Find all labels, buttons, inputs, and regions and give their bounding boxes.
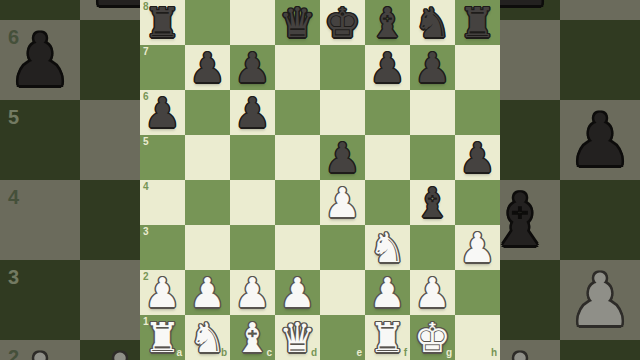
bg-square-h2 — [560, 340, 640, 360]
square-c2[interactable]: ♟ — [230, 270, 275, 315]
bg-white-pawn-piece: ♟ — [560, 260, 640, 340]
black-bishop-piece[interactable]: ♝ — [410, 180, 455, 225]
square-h4[interactable] — [455, 180, 500, 225]
square-b6[interactable] — [185, 90, 230, 135]
rank-label-3: 3 — [143, 227, 149, 237]
square-f7[interactable]: ♟ — [365, 45, 410, 90]
black-pawn-piece[interactable]: ♟ — [140, 90, 185, 135]
black-pawn-piece[interactable]: ♟ — [365, 45, 410, 90]
square-c1[interactable]: c♝ — [230, 315, 275, 360]
square-h7[interactable] — [455, 45, 500, 90]
chess-board[interactable]: 8♜♛♚♝♞♜7♟♟♟♟6♟♟5♟♟4♟♝3♞♟2♟♟♟♟♟♟1a♜b♞c♝d♛… — [140, 0, 500, 360]
square-f2[interactable]: ♟ — [365, 270, 410, 315]
square-d8[interactable]: ♛ — [275, 0, 320, 45]
white-rook-piece[interactable]: ♜ — [365, 315, 410, 360]
black-king-piece[interactable]: ♚ — [320, 0, 365, 45]
black-knight-piece[interactable]: ♞ — [410, 0, 455, 45]
white-rook-piece[interactable]: ♜ — [140, 315, 185, 360]
square-e5[interactable]: ♟ — [320, 135, 365, 180]
white-pawn-piece[interactable]: ♟ — [185, 270, 230, 315]
square-a3[interactable]: 3 — [140, 225, 185, 270]
bg-square-a5: 5 — [0, 100, 80, 180]
square-a6[interactable]: 6♟ — [140, 90, 185, 135]
square-f8[interactable]: ♝ — [365, 0, 410, 45]
white-pawn-piece[interactable]: ♟ — [320, 180, 365, 225]
square-g1[interactable]: g♚ — [410, 315, 455, 360]
bg-square-h7 — [560, 0, 640, 20]
square-h8[interactable]: ♜ — [455, 0, 500, 45]
bg-black-pawn-piece: ♟ — [560, 100, 640, 180]
square-h5[interactable]: ♟ — [455, 135, 500, 180]
black-bishop-piece[interactable]: ♝ — [365, 0, 410, 45]
square-a8[interactable]: 8♜ — [140, 0, 185, 45]
bg-square-h3: ♟ — [560, 260, 640, 340]
white-knight-piece[interactable]: ♞ — [185, 315, 230, 360]
bg-rank-label-5: 5 — [8, 107, 19, 127]
square-e7[interactable] — [320, 45, 365, 90]
square-f6[interactable] — [365, 90, 410, 135]
black-rook-piece[interactable]: ♜ — [140, 0, 185, 45]
square-h2[interactable] — [455, 270, 500, 315]
square-b7[interactable]: ♟ — [185, 45, 230, 90]
square-c7[interactable]: ♟ — [230, 45, 275, 90]
rank-label-7: 7 — [143, 47, 149, 57]
black-pawn-piece[interactable]: ♟ — [230, 90, 275, 135]
square-f1[interactable]: f♜ — [365, 315, 410, 360]
white-pawn-piece[interactable]: ♟ — [275, 270, 320, 315]
square-d6[interactable] — [275, 90, 320, 135]
square-e4[interactable]: ♟ — [320, 180, 365, 225]
bg-square-a7: 7 — [0, 0, 80, 20]
square-h3[interactable]: ♟ — [455, 225, 500, 270]
bg-square-h4 — [560, 180, 640, 260]
square-a2[interactable]: 2♟ — [140, 270, 185, 315]
square-f5[interactable] — [365, 135, 410, 180]
square-d2[interactable]: ♟ — [275, 270, 320, 315]
square-f3[interactable]: ♞ — [365, 225, 410, 270]
rank-label-4: 4 — [143, 182, 149, 192]
square-c8[interactable] — [230, 0, 275, 45]
square-b8[interactable] — [185, 0, 230, 45]
square-b1[interactable]: b♞ — [185, 315, 230, 360]
file-label-h: h — [491, 348, 497, 358]
square-c4[interactable] — [230, 180, 275, 225]
square-g6[interactable] — [410, 90, 455, 135]
black-queen-piece[interactable]: ♛ — [275, 0, 320, 45]
square-b4[interactable] — [185, 180, 230, 225]
white-king-piece[interactable]: ♚ — [410, 315, 455, 360]
black-pawn-piece[interactable]: ♟ — [320, 135, 365, 180]
square-d5[interactable] — [275, 135, 320, 180]
square-e3[interactable] — [320, 225, 365, 270]
square-e2[interactable] — [320, 270, 365, 315]
square-g3[interactable] — [410, 225, 455, 270]
video-frame: 8♜♛♚♝♞♜7♟♟♟♟6♟♟5♟♟4♟♝3♞♟2♟♟♟♟♟♟1♜♞♝♛♜♚ 8… — [0, 0, 640, 360]
square-a5[interactable]: 5 — [140, 135, 185, 180]
square-a7[interactable]: 7 — [140, 45, 185, 90]
bg-black-pawn-piece: ♟ — [0, 20, 80, 100]
black-pawn-piece[interactable]: ♟ — [455, 135, 500, 180]
square-b3[interactable] — [185, 225, 230, 270]
square-b5[interactable] — [185, 135, 230, 180]
bg-square-h5: ♟ — [560, 100, 640, 180]
square-h6[interactable] — [455, 90, 500, 135]
black-pawn-piece[interactable]: ♟ — [185, 45, 230, 90]
white-pawn-piece[interactable]: ♟ — [455, 225, 500, 270]
white-knight-piece[interactable]: ♞ — [365, 225, 410, 270]
square-d4[interactable] — [275, 180, 320, 225]
square-d3[interactable] — [275, 225, 320, 270]
white-pawn-piece[interactable]: ♟ — [140, 270, 185, 315]
file-label-e: e — [356, 348, 362, 358]
rank-label-5: 5 — [143, 137, 149, 147]
square-g4[interactable]: ♝ — [410, 180, 455, 225]
square-g5[interactable] — [410, 135, 455, 180]
white-queen-piece[interactable]: ♛ — [275, 315, 320, 360]
bg-rank-label-3: 3 — [8, 267, 19, 287]
square-b2[interactable]: ♟ — [185, 270, 230, 315]
bg-square-a3: 3 — [0, 260, 80, 340]
bg-square-a6: 6♟ — [0, 20, 80, 100]
square-e8[interactable]: ♚ — [320, 0, 365, 45]
square-g7[interactable]: ♟ — [410, 45, 455, 90]
square-f4[interactable] — [365, 180, 410, 225]
square-d7[interactable] — [275, 45, 320, 90]
bg-white-pawn-piece: ♟ — [0, 340, 80, 360]
square-h1[interactable]: h — [455, 315, 500, 360]
bg-square-h6 — [560, 20, 640, 100]
square-g8[interactable]: ♞ — [410, 0, 455, 45]
square-d1[interactable]: d♛ — [275, 315, 320, 360]
white-bishop-piece[interactable]: ♝ — [230, 315, 275, 360]
square-a4[interactable]: 4 — [140, 180, 185, 225]
square-e6[interactable] — [320, 90, 365, 135]
white-pawn-piece[interactable]: ♟ — [365, 270, 410, 315]
square-c6[interactable]: ♟ — [230, 90, 275, 135]
square-a1[interactable]: 1a♜ — [140, 315, 185, 360]
square-c5[interactable] — [230, 135, 275, 180]
bg-square-a2: 2♟ — [0, 340, 80, 360]
bg-rank-label-4: 4 — [8, 187, 19, 207]
black-pawn-piece[interactable]: ♟ — [230, 45, 275, 90]
black-pawn-piece[interactable]: ♟ — [410, 45, 455, 90]
square-g2[interactable]: ♟ — [410, 270, 455, 315]
square-e1[interactable]: e — [320, 315, 365, 360]
black-rook-piece[interactable]: ♜ — [455, 0, 500, 45]
bg-square-a4: 4 — [0, 180, 80, 260]
white-pawn-piece[interactable]: ♟ — [410, 270, 455, 315]
white-pawn-piece[interactable]: ♟ — [230, 270, 275, 315]
square-c3[interactable] — [230, 225, 275, 270]
